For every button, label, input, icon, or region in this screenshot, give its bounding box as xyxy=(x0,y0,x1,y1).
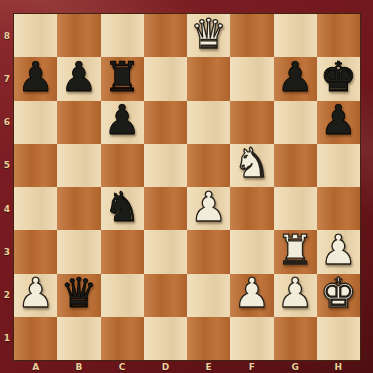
black-pawn-h6[interactable]: ♟ xyxy=(320,100,357,141)
square-f3[interactable] xyxy=(230,230,273,273)
file-label-b: B xyxy=(57,360,100,373)
square-d7[interactable] xyxy=(144,57,187,100)
square-a7[interactable]: ♟ xyxy=(14,57,57,100)
square-a6[interactable] xyxy=(14,101,57,144)
square-g4[interactable] xyxy=(274,187,317,230)
rank-label-2: 2 xyxy=(0,274,14,317)
square-e1[interactable] xyxy=(187,317,230,360)
square-h8[interactable] xyxy=(317,14,360,57)
file-label-e: E xyxy=(187,360,230,373)
chess-board: ♛♟♟♜♟♚♟♟♞♞♟♜♟♟♛♟♟♚ xyxy=(14,14,360,360)
square-c3[interactable] xyxy=(101,230,144,273)
black-king-h7[interactable]: ♚ xyxy=(320,57,357,98)
square-g8[interactable] xyxy=(274,14,317,57)
white-king-h2[interactable]: ♚ xyxy=(320,273,357,314)
black-rook-c7[interactable]: ♜ xyxy=(104,57,141,98)
square-a3[interactable] xyxy=(14,230,57,273)
square-a4[interactable] xyxy=(14,187,57,230)
rank-labels: 87654321 xyxy=(0,14,14,360)
square-c7[interactable]: ♜ xyxy=(101,57,144,100)
white-pawn-h3[interactable]: ♟ xyxy=(320,230,357,271)
square-c5[interactable] xyxy=(101,144,144,187)
square-e4[interactable]: ♟ xyxy=(187,187,230,230)
white-queen-e8[interactable]: ♛ xyxy=(190,14,227,55)
square-d5[interactable] xyxy=(144,144,187,187)
square-h1[interactable] xyxy=(317,317,360,360)
white-knight-f5[interactable]: ♞ xyxy=(233,143,270,184)
square-e7[interactable] xyxy=(187,57,230,100)
square-h5[interactable] xyxy=(317,144,360,187)
square-f1[interactable] xyxy=(230,317,273,360)
square-d6[interactable] xyxy=(144,101,187,144)
rank-label-6: 6 xyxy=(0,101,14,144)
square-e6[interactable] xyxy=(187,101,230,144)
square-e5[interactable] xyxy=(187,144,230,187)
square-f6[interactable] xyxy=(230,101,273,144)
file-label-h: H xyxy=(317,360,360,373)
square-d8[interactable] xyxy=(144,14,187,57)
square-c1[interactable] xyxy=(101,317,144,360)
square-a1[interactable] xyxy=(14,317,57,360)
chess-board-frame: 87654321 ABCDEFGH ♛♟♟♜♟♚♟♟♞♞♟♜♟♟♛♟♟♚ xyxy=(0,0,373,373)
square-h6[interactable]: ♟ xyxy=(317,101,360,144)
black-pawn-b7[interactable]: ♟ xyxy=(60,57,97,98)
square-d4[interactable] xyxy=(144,187,187,230)
square-e2[interactable] xyxy=(187,274,230,317)
square-c8[interactable] xyxy=(101,14,144,57)
black-pawn-c6[interactable]: ♟ xyxy=(104,100,141,141)
file-label-c: C xyxy=(101,360,144,373)
square-f2[interactable]: ♟ xyxy=(230,274,273,317)
square-f8[interactable] xyxy=(230,14,273,57)
white-pawn-g2[interactable]: ♟ xyxy=(277,273,314,314)
square-g3[interactable]: ♜ xyxy=(274,230,317,273)
square-f4[interactable] xyxy=(230,187,273,230)
black-pawn-a7[interactable]: ♟ xyxy=(17,57,54,98)
file-label-a: A xyxy=(14,360,57,373)
rank-label-3: 3 xyxy=(0,230,14,273)
square-g1[interactable] xyxy=(274,317,317,360)
square-b6[interactable] xyxy=(57,101,100,144)
file-label-f: F xyxy=(230,360,273,373)
rank-label-1: 1 xyxy=(0,317,14,360)
square-h3[interactable]: ♟ xyxy=(317,230,360,273)
rank-label-5: 5 xyxy=(0,144,14,187)
rank-label-8: 8 xyxy=(0,14,14,57)
file-label-g: G xyxy=(274,360,317,373)
square-g2[interactable]: ♟ xyxy=(274,274,317,317)
black-pawn-g7[interactable]: ♟ xyxy=(277,57,314,98)
square-g6[interactable] xyxy=(274,101,317,144)
square-e3[interactable] xyxy=(187,230,230,273)
square-a8[interactable] xyxy=(14,14,57,57)
square-g5[interactable] xyxy=(274,144,317,187)
square-h7[interactable]: ♚ xyxy=(317,57,360,100)
square-h2[interactable]: ♚ xyxy=(317,274,360,317)
square-e8[interactable]: ♛ xyxy=(187,14,230,57)
file-label-d: D xyxy=(144,360,187,373)
square-a2[interactable]: ♟ xyxy=(14,274,57,317)
square-b3[interactable] xyxy=(57,230,100,273)
square-b8[interactable] xyxy=(57,14,100,57)
rank-label-7: 7 xyxy=(0,57,14,100)
square-g7[interactable]: ♟ xyxy=(274,57,317,100)
square-b1[interactable] xyxy=(57,317,100,360)
square-b2[interactable]: ♛ xyxy=(57,274,100,317)
black-knight-c4[interactable]: ♞ xyxy=(104,187,141,228)
black-queen-b2[interactable]: ♛ xyxy=(60,273,97,314)
square-b5[interactable] xyxy=(57,144,100,187)
file-labels: ABCDEFGH xyxy=(14,360,360,373)
square-c6[interactable]: ♟ xyxy=(101,101,144,144)
square-d3[interactable] xyxy=(144,230,187,273)
rank-label-4: 4 xyxy=(0,187,14,230)
square-d2[interactable] xyxy=(144,274,187,317)
square-b4[interactable] xyxy=(57,187,100,230)
square-f7[interactable] xyxy=(230,57,273,100)
square-c2[interactable] xyxy=(101,274,144,317)
square-b7[interactable]: ♟ xyxy=(57,57,100,100)
square-h4[interactable] xyxy=(317,187,360,230)
white-pawn-a2[interactable]: ♟ xyxy=(17,273,54,314)
white-pawn-f2[interactable]: ♟ xyxy=(233,273,270,314)
square-d1[interactable] xyxy=(144,317,187,360)
square-a5[interactable] xyxy=(14,144,57,187)
white-pawn-e4[interactable]: ♟ xyxy=(190,187,227,228)
square-f5[interactable]: ♞ xyxy=(230,144,273,187)
square-c4[interactable]: ♞ xyxy=(101,187,144,230)
white-rook-g3[interactable]: ♜ xyxy=(277,230,314,271)
